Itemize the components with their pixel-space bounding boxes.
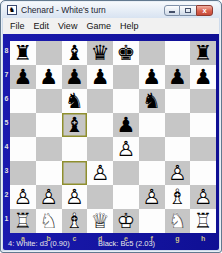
- window-title: Chenard - White's turn: [21, 5, 106, 15]
- square-d4[interactable]: [87, 137, 113, 161]
- square-e8[interactable]: ♚: [113, 41, 139, 65]
- square-b7[interactable]: ♟: [36, 65, 62, 89]
- square-a4[interactable]: [10, 137, 36, 161]
- square-g7[interactable]: ♟: [165, 65, 191, 89]
- white-pawn: ♟♙: [36, 185, 62, 209]
- square-h6[interactable]: [190, 89, 216, 113]
- black-pawn: ♟: [87, 65, 113, 89]
- square-c4[interactable]: [62, 137, 88, 161]
- rank-label-2: 2: [3, 185, 10, 209]
- rank-label-1: 1: [3, 209, 10, 233]
- square-c1[interactable]: ♝♗: [62, 209, 88, 233]
- window-controls: x: [164, 5, 213, 16]
- white-knight: ♞♘: [165, 209, 191, 233]
- status-black-move: Black: Bc5 (2.03): [98, 238, 155, 249]
- white-knight: ♞♘: [36, 209, 62, 233]
- square-h8[interactable]: ♜: [190, 41, 216, 65]
- white-pawn: ♟♙: [113, 137, 139, 161]
- square-b8[interactable]: [36, 41, 62, 65]
- square-h4[interactable]: [190, 137, 216, 161]
- square-a7[interactable]: ♟: [10, 65, 36, 89]
- square-b1[interactable]: ♞♘: [36, 209, 62, 233]
- square-g5[interactable]: [165, 113, 191, 137]
- square-c6[interactable]: ♞: [62, 89, 88, 113]
- board-frame: 87654321 ♜♝♛♚♜♟♟♟♟♟♟♟♞♞♝♟♟♙♟♙♟♙♟♙♟♙♟♙♟♙♝…: [3, 34, 219, 250]
- white-rook: ♜♖: [190, 209, 216, 233]
- square-b2[interactable]: ♟♙: [36, 185, 62, 209]
- rank-label-6: 6: [3, 89, 10, 113]
- square-f8[interactable]: [139, 41, 165, 65]
- square-h2[interactable]: ♟♙: [190, 185, 216, 209]
- square-f4[interactable]: [139, 137, 165, 161]
- square-e1[interactable]: ♚♔: [113, 209, 139, 233]
- white-pawn: ♟♙: [165, 161, 191, 185]
- status-bar: 4: White: d3 (0.90) Black: Bc5 (2.03): [5, 238, 217, 249]
- white-pawn: ♟♙: [139, 185, 165, 209]
- square-g6[interactable]: [165, 89, 191, 113]
- square-d5[interactable]: [87, 113, 113, 137]
- square-g4[interactable]: [165, 137, 191, 161]
- black-pawn: ♟: [10, 65, 36, 89]
- black-king: ♚: [113, 41, 139, 65]
- square-a5[interactable]: [10, 113, 36, 137]
- chess-board: ♜♝♛♚♜♟♟♟♟♟♟♟♞♞♝♟♟♙♟♙♟♙♟♙♟♙♟♙♟♙♝♗♟♙♜♖♞♘♝♗…: [10, 41, 216, 233]
- white-pawn: ♟♙: [190, 185, 216, 209]
- square-e3[interactable]: [113, 161, 139, 185]
- square-e2[interactable]: [113, 185, 139, 209]
- square-d8[interactable]: ♛: [87, 41, 113, 65]
- square-c7[interactable]: ♟: [62, 65, 88, 89]
- menu-view[interactable]: View: [58, 21, 77, 31]
- square-f1[interactable]: [139, 209, 165, 233]
- square-d2[interactable]: [87, 185, 113, 209]
- white-king: ♚♔: [113, 209, 139, 233]
- square-f2[interactable]: ♟♙: [139, 185, 165, 209]
- white-pawn: ♟♙: [10, 185, 36, 209]
- black-knight: ♞: [139, 89, 165, 113]
- minimize-icon: [169, 11, 175, 13]
- white-rook: ♜♖: [10, 209, 36, 233]
- black-queen: ♛: [87, 41, 113, 65]
- square-c2[interactable]: ♟♙: [62, 185, 88, 209]
- square-a6[interactable]: [10, 89, 36, 113]
- maximize-icon: [185, 8, 191, 13]
- black-bishop: ♝: [62, 113, 88, 137]
- black-bishop: ♝: [62, 41, 88, 65]
- black-pawn: ♟: [36, 65, 62, 89]
- square-f3[interactable]: [139, 161, 165, 185]
- square-h1[interactable]: ♜♖: [190, 209, 216, 233]
- rank-label-4: 4: [3, 137, 10, 161]
- maximize-button[interactable]: [180, 5, 196, 16]
- black-knight: ♞: [62, 89, 88, 113]
- square-e7[interactable]: [113, 65, 139, 89]
- square-c3[interactable]: [62, 161, 88, 185]
- square-h5[interactable]: [190, 113, 216, 137]
- title-bar: ♞ Chenard - White's turn x: [2, 2, 220, 18]
- rank-label-8: 8: [3, 41, 10, 65]
- square-g1[interactable]: ♞♘: [165, 209, 191, 233]
- square-a2[interactable]: ♟♙: [10, 185, 36, 209]
- black-pawn: ♟: [139, 65, 165, 89]
- white-pawn: ♟♙: [62, 185, 88, 209]
- square-g3[interactable]: ♟♙: [165, 161, 191, 185]
- minimize-button[interactable]: [164, 5, 180, 16]
- black-pawn: ♟: [62, 65, 88, 89]
- black-pawn: ♟: [165, 65, 191, 89]
- white-bishop: ♝♗: [165, 185, 191, 209]
- rank-label-7: 7: [3, 65, 10, 89]
- rank-label-5: 5: [3, 113, 10, 137]
- menu-file[interactable]: File: [10, 21, 25, 31]
- square-e5[interactable]: ♟: [113, 113, 139, 137]
- app-icon: ♞: [7, 5, 17, 15]
- square-c8[interactable]: ♝: [62, 41, 88, 65]
- square-d6[interactable]: [87, 89, 113, 113]
- menu-bar: File Edit View Game Help: [3, 18, 219, 34]
- square-b5[interactable]: [36, 113, 62, 137]
- square-e6[interactable]: [113, 89, 139, 113]
- black-pawn: ♟: [113, 113, 139, 137]
- menu-game[interactable]: Game: [86, 21, 111, 31]
- rank-label-3: 3: [3, 161, 10, 185]
- square-f5[interactable]: [139, 113, 165, 137]
- square-f6[interactable]: ♞: [139, 89, 165, 113]
- window: ♞ Chenard - White's turn x File Edit Vie…: [0, 0, 222, 253]
- square-h7[interactable]: ♟: [190, 65, 216, 89]
- square-a3[interactable]: [10, 161, 36, 185]
- black-pawn: ♟: [190, 65, 216, 89]
- square-b4[interactable]: [36, 137, 62, 161]
- square-d1[interactable]: ♛♕: [87, 209, 113, 233]
- square-a1[interactable]: ♜♖: [10, 209, 36, 233]
- black-rook: ♜: [190, 41, 216, 65]
- square-f7[interactable]: ♟: [139, 65, 165, 89]
- square-d3[interactable]: ♟♙: [87, 161, 113, 185]
- white-bishop: ♝♗: [62, 209, 88, 233]
- square-e4[interactable]: ♟♙: [113, 137, 139, 161]
- square-c5[interactable]: ♝: [62, 113, 88, 137]
- square-d7[interactable]: ♟: [87, 65, 113, 89]
- white-pawn: ♟♙: [87, 161, 113, 185]
- status-white-move: 4: White: d3 (0.90): [8, 238, 70, 249]
- square-g8[interactable]: [165, 41, 191, 65]
- square-a8[interactable]: ♜: [10, 41, 36, 65]
- close-button[interactable]: x: [196, 5, 213, 16]
- square-h3[interactable]: [190, 161, 216, 185]
- white-queen: ♛♕: [87, 209, 113, 233]
- menu-edit[interactable]: Edit: [34, 21, 50, 31]
- rank-labels: 87654321: [3, 41, 10, 233]
- square-b6[interactable]: [36, 89, 62, 113]
- menu-help[interactable]: Help: [120, 21, 139, 31]
- square-b3[interactable]: [36, 161, 62, 185]
- black-rook: ♜: [10, 41, 36, 65]
- square-g2[interactable]: ♝♗: [165, 185, 191, 209]
